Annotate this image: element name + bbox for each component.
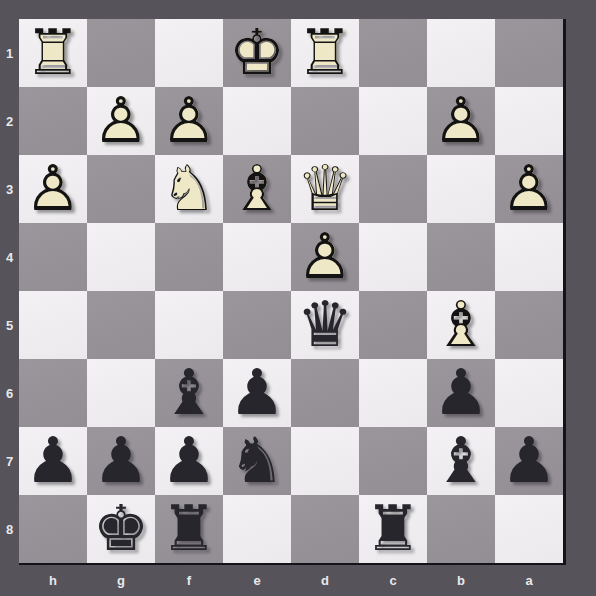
- square-a8[interactable]: [495, 495, 563, 563]
- square-c4[interactable]: [359, 223, 427, 291]
- square-g3[interactable]: [87, 155, 155, 223]
- piece-glyph-outline: ♙: [93, 87, 149, 155]
- square-h4[interactable]: [19, 223, 87, 291]
- square-f7[interactable]: ♟: [155, 427, 223, 495]
- rank-label-2: 2: [0, 87, 19, 155]
- piece-bN-e7: ♞: [223, 427, 291, 495]
- square-g8[interactable]: ♚: [87, 495, 155, 563]
- square-h8[interactable]: [19, 495, 87, 563]
- square-b6[interactable]: ♟: [427, 359, 495, 427]
- square-b7[interactable]: ♝: [427, 427, 495, 495]
- file-label-f: f: [155, 565, 223, 596]
- piece-bP-f7: ♟: [155, 427, 223, 495]
- piece-wR-d1: ♜♖: [291, 19, 359, 87]
- piece-glyph-fill: ♟: [93, 87, 149, 155]
- piece-wP-f2: ♟♙: [155, 87, 223, 155]
- square-d5[interactable]: ♛: [291, 291, 359, 359]
- piece-wP-h3: ♟♙: [19, 155, 87, 223]
- rank-label-6: 6: [0, 359, 19, 427]
- square-e6[interactable]: ♟: [223, 359, 291, 427]
- square-c1[interactable]: [359, 19, 427, 87]
- piece-bK-g8: ♚: [87, 495, 155, 563]
- square-a7[interactable]: ♟: [495, 427, 563, 495]
- piece-wB-e3: ♝♗: [223, 155, 291, 223]
- piece-wP-a3: ♟♙: [495, 155, 563, 223]
- square-b3[interactable]: [427, 155, 495, 223]
- piece-glyph-fill: ♝: [161, 359, 217, 427]
- piece-glyph-fill: ♟: [433, 87, 489, 155]
- square-e4[interactable]: [223, 223, 291, 291]
- file-label-b: b: [427, 565, 495, 596]
- square-g2[interactable]: ♟♙: [87, 87, 155, 155]
- square-h3[interactable]: ♟♙: [19, 155, 87, 223]
- piece-glyph-fill: ♟: [433, 359, 489, 427]
- square-h5[interactable]: [19, 291, 87, 359]
- square-a6[interactable]: [495, 359, 563, 427]
- piece-bR-f8: ♜: [155, 495, 223, 563]
- piece-glyph-fill: ♟: [229, 359, 285, 427]
- square-a3[interactable]: ♟♙: [495, 155, 563, 223]
- square-b1[interactable]: [427, 19, 495, 87]
- square-d1[interactable]: ♜♖: [291, 19, 359, 87]
- square-d6[interactable]: [291, 359, 359, 427]
- piece-glyph-fill: ♜: [297, 19, 353, 87]
- piece-bP-b6: ♟: [427, 359, 495, 427]
- piece-glyph-outline: ♖: [297, 19, 353, 87]
- square-c5[interactable]: [359, 291, 427, 359]
- square-e3[interactable]: ♝♗: [223, 155, 291, 223]
- square-f4[interactable]: [155, 223, 223, 291]
- board: ♜♖♚♔♜♖♟♙♟♙♟♙♟♙♞♘♝♗♛♕♟♙♟♙♛♝♗♝♟♟♟♟♟♞♝♟♚♜♜: [19, 19, 566, 565]
- piece-bP-e6: ♟: [223, 359, 291, 427]
- square-g4[interactable]: [87, 223, 155, 291]
- piece-glyph-fill: ♟: [25, 155, 81, 223]
- piece-glyph-fill: ♟: [501, 427, 557, 495]
- piece-glyph-outline: ♔: [229, 19, 285, 87]
- square-e1[interactable]: ♚♔: [223, 19, 291, 87]
- square-b4[interactable]: [427, 223, 495, 291]
- piece-glyph-fill: ♜: [25, 19, 81, 87]
- square-h1[interactable]: ♜♖: [19, 19, 87, 87]
- piece-bP-a7: ♟: [495, 427, 563, 495]
- file-label-a: a: [495, 565, 563, 596]
- square-a5[interactable]: [495, 291, 563, 359]
- piece-wP-d4: ♟♙: [291, 223, 359, 291]
- file-label-g: g: [87, 565, 155, 596]
- square-f3[interactable]: ♞♘: [155, 155, 223, 223]
- piece-glyph-fill: ♛: [297, 291, 353, 359]
- square-c8[interactable]: ♜: [359, 495, 427, 563]
- chessboard-frame: 12345678 ♜♖♚♔♜♖♟♙♟♙♟♙♟♙♞♘♝♗♛♕♟♙♟♙♛♝♗♝♟♟♟…: [0, 0, 596, 596]
- piece-glyph-fill: ♟: [25, 427, 81, 495]
- piece-glyph-outline: ♕: [297, 155, 353, 223]
- piece-wN-f3: ♞♘: [155, 155, 223, 223]
- piece-glyph-fill: ♟: [161, 427, 217, 495]
- piece-glyph-fill: ♟: [161, 87, 217, 155]
- piece-glyph-outline: ♙: [433, 87, 489, 155]
- piece-wB-b5: ♝♗: [427, 291, 495, 359]
- square-e7[interactable]: ♞: [223, 427, 291, 495]
- square-e5[interactable]: [223, 291, 291, 359]
- piece-glyph-fill: ♝: [433, 427, 489, 495]
- square-g7[interactable]: ♟: [87, 427, 155, 495]
- square-g1[interactable]: [87, 19, 155, 87]
- piece-glyph-outline: ♗: [433, 291, 489, 359]
- square-c7[interactable]: [359, 427, 427, 495]
- square-f5[interactable]: [155, 291, 223, 359]
- piece-bQ-d5: ♛: [291, 291, 359, 359]
- square-f8[interactable]: ♜: [155, 495, 223, 563]
- piece-glyph-fill: ♝: [433, 291, 489, 359]
- piece-glyph-outline: ♙: [161, 87, 217, 155]
- piece-glyph-fill: ♞: [161, 155, 217, 223]
- square-c6[interactable]: [359, 359, 427, 427]
- square-a4[interactable]: [495, 223, 563, 291]
- square-f2[interactable]: ♟♙: [155, 87, 223, 155]
- piece-glyph-fill: ♜: [365, 495, 421, 563]
- square-c3[interactable]: [359, 155, 427, 223]
- square-h2[interactable]: [19, 87, 87, 155]
- square-d8[interactable]: [291, 495, 359, 563]
- piece-glyph-fill: ♞: [229, 427, 285, 495]
- rank-label-5: 5: [0, 291, 19, 359]
- piece-wQ-d3: ♛♕: [291, 155, 359, 223]
- piece-bB-f6: ♝: [155, 359, 223, 427]
- piece-glyph-fill: ♟: [501, 155, 557, 223]
- piece-glyph-outline: ♗: [229, 155, 285, 223]
- square-h7[interactable]: ♟: [19, 427, 87, 495]
- rank-label-3: 3: [0, 155, 19, 223]
- piece-glyph-fill: ♚: [93, 495, 149, 563]
- square-h6[interactable]: [19, 359, 87, 427]
- piece-glyph-fill: ♟: [93, 427, 149, 495]
- square-b8[interactable]: [427, 495, 495, 563]
- piece-glyph-outline: ♙: [501, 155, 557, 223]
- rank-label-7: 7: [0, 427, 19, 495]
- square-g6[interactable]: [87, 359, 155, 427]
- square-d2[interactable]: [291, 87, 359, 155]
- piece-bP-g7: ♟: [87, 427, 155, 495]
- piece-glyph-outline: ♖: [25, 19, 81, 87]
- piece-glyph-fill: ♟: [297, 223, 353, 291]
- square-a1[interactable]: [495, 19, 563, 87]
- rank-labels: 12345678: [0, 19, 19, 563]
- square-f1[interactable]: [155, 19, 223, 87]
- file-label-e: e: [223, 565, 291, 596]
- rank-label-8: 8: [0, 495, 19, 563]
- piece-bR-c8: ♜: [359, 495, 427, 563]
- square-d3[interactable]: ♛♕: [291, 155, 359, 223]
- square-e2[interactable]: [223, 87, 291, 155]
- square-d7[interactable]: [291, 427, 359, 495]
- file-label-d: d: [291, 565, 359, 596]
- square-g5[interactable]: [87, 291, 155, 359]
- piece-glyph-fill: ♜: [161, 495, 217, 563]
- piece-glyph-fill: ♛: [297, 155, 353, 223]
- piece-glyph-fill: ♝: [229, 155, 285, 223]
- piece-wR-h1: ♜♖: [19, 19, 87, 87]
- piece-bP-h7: ♟: [19, 427, 87, 495]
- rank-label-4: 4: [0, 223, 19, 291]
- piece-wK-e1: ♚♔: [223, 19, 291, 87]
- file-label-h: h: [19, 565, 87, 596]
- piece-glyph-outline: ♙: [297, 223, 353, 291]
- square-f6[interactable]: ♝: [155, 359, 223, 427]
- file-labels: hgfedcba: [19, 565, 563, 596]
- square-a2[interactable]: [495, 87, 563, 155]
- piece-bB-b7: ♝: [427, 427, 495, 495]
- square-b5[interactable]: ♝♗: [427, 291, 495, 359]
- piece-glyph-outline: ♙: [25, 155, 81, 223]
- square-d4[interactable]: ♟♙: [291, 223, 359, 291]
- rank-label-1: 1: [0, 19, 19, 87]
- square-b2[interactable]: ♟♙: [427, 87, 495, 155]
- piece-glyph-fill: ♚: [229, 19, 285, 87]
- piece-wP-b2: ♟♙: [427, 87, 495, 155]
- square-e8[interactable]: [223, 495, 291, 563]
- square-c2[interactable]: [359, 87, 427, 155]
- piece-glyph-outline: ♘: [161, 155, 217, 223]
- file-label-c: c: [359, 565, 427, 596]
- piece-wP-g2: ♟♙: [87, 87, 155, 155]
